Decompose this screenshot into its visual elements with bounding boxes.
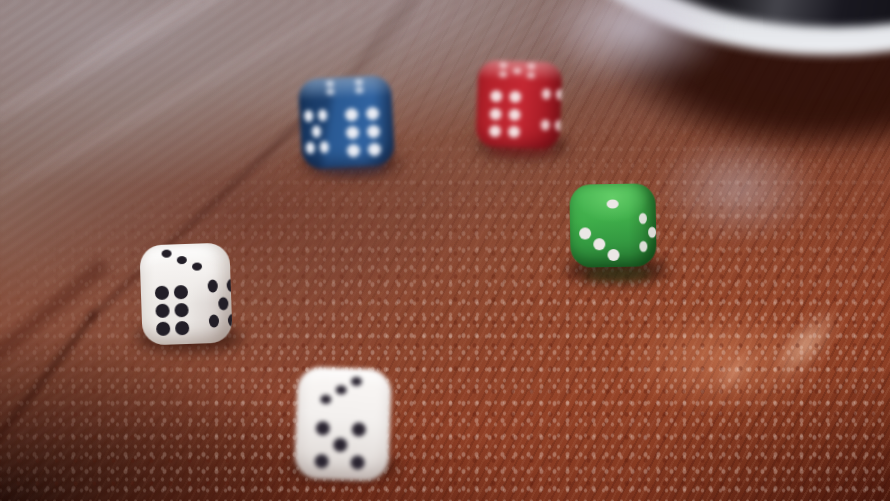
- die-pip: [336, 386, 347, 395]
- die-pip: [639, 241, 647, 252]
- die-pip: [607, 199, 619, 208]
- die-pip: [351, 376, 362, 385]
- die-pip: [526, 72, 534, 78]
- die-pip: [303, 110, 313, 122]
- die-pip: [352, 422, 366, 436]
- die-white-left-front-face: [144, 278, 200, 344]
- die-green-right-face: [632, 205, 657, 260]
- die-pip: [608, 249, 620, 261]
- die-pip: [541, 120, 550, 131]
- die-pip: [218, 297, 228, 310]
- die-pip: [355, 87, 363, 93]
- die-pip: [314, 454, 328, 468]
- die-blue-front-face: [332, 98, 393, 166]
- die-white-bottom-top-face: [310, 369, 373, 411]
- die-pip: [209, 315, 219, 328]
- die-pip: [499, 71, 507, 77]
- die-green-front-face: [570, 220, 629, 267]
- die-pip: [351, 455, 365, 469]
- die-pip: [509, 91, 521, 103]
- die-pip: [305, 142, 315, 154]
- die-pip: [542, 89, 551, 100]
- die-pip: [366, 125, 380, 139]
- die-pip: [354, 79, 362, 85]
- die-pip: [320, 395, 331, 404]
- die-pip: [326, 80, 334, 86]
- die-pip: [579, 227, 591, 239]
- die-red-right-face: [535, 77, 563, 143]
- die-red-front-face: [477, 82, 533, 146]
- die-pip: [316, 421, 330, 435]
- die-pip: [499, 62, 507, 68]
- die-reflection-green: [584, 268, 652, 281]
- die-pip: [311, 125, 321, 137]
- die-pip: [489, 125, 501, 137]
- die-pip: [175, 321, 189, 335]
- die-blue: [298, 75, 396, 170]
- die-pip: [347, 144, 361, 158]
- die-pip: [513, 67, 521, 73]
- die-pip: [327, 89, 335, 95]
- die-pip: [177, 256, 187, 264]
- die-pip: [174, 285, 188, 299]
- die-pip: [367, 143, 381, 157]
- die-pip: [593, 238, 605, 250]
- die-pip: [638, 213, 646, 224]
- die-pip: [648, 227, 656, 238]
- die-white-left-right-face: [201, 267, 232, 339]
- die-green: [569, 183, 656, 267]
- die-pip: [175, 303, 189, 317]
- die-pip: [333, 438, 347, 452]
- die-pip: [509, 109, 521, 121]
- die-pip: [508, 126, 520, 138]
- die-blue-left-face: [299, 99, 334, 164]
- die-white-bottom: [294, 366, 392, 481]
- die-pip: [489, 108, 501, 120]
- die-red: [476, 60, 563, 150]
- die-pip: [155, 304, 169, 318]
- die-pip: [346, 126, 360, 140]
- die-pip: [490, 90, 502, 102]
- die-pip: [318, 109, 328, 121]
- die-white-bottom-front-face: [300, 411, 381, 479]
- die-pip: [155, 286, 169, 300]
- die-pip: [320, 141, 330, 153]
- die-pip: [345, 108, 359, 122]
- die-white-left: [139, 242, 232, 345]
- die-pip: [208, 279, 218, 292]
- die-pip: [162, 250, 172, 258]
- die-pip: [527, 63, 535, 69]
- dice-photo-scene: [0, 0, 890, 501]
- die-blue-top-face: [309, 76, 381, 98]
- die-pip: [156, 321, 170, 335]
- die-pip: [365, 106, 379, 120]
